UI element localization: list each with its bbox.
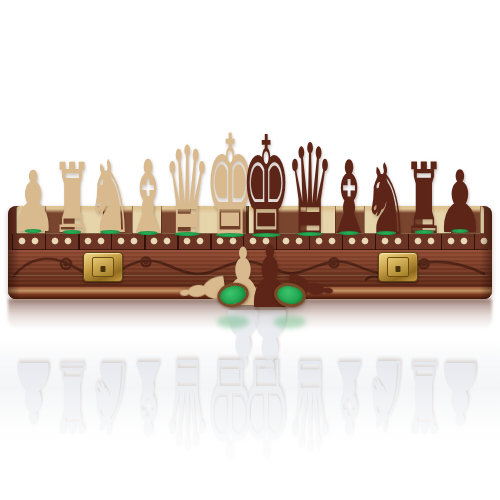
product-photo-stage: ♟♜♞♝♛♚♚♛♝♞♜♟♟♟	[0, 0, 500, 500]
front-pieces: ♟♟♟♟	[0, 0, 500, 500]
